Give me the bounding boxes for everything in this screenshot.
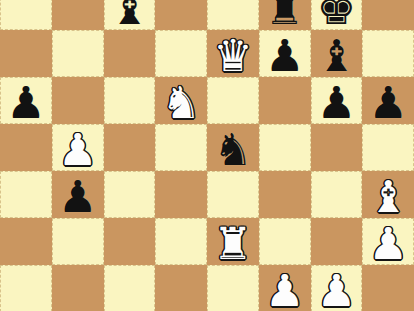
- square-h6[interactable]: ♟: [362, 77, 414, 124]
- square-d2[interactable]: [155, 265, 207, 311]
- square-c3[interactable]: [104, 218, 156, 265]
- black-rook-f8[interactable]: ♜: [265, 0, 304, 32]
- square-d5[interactable]: [155, 124, 207, 171]
- square-e3[interactable]: ♜: [207, 218, 259, 265]
- white-pawn-h3[interactable]: ♟: [368, 220, 407, 267]
- square-e8[interactable]: [207, 0, 259, 30]
- white-pawn-f2[interactable]: ♟: [265, 267, 304, 311]
- square-c7[interactable]: [104, 30, 156, 77]
- square-a7[interactable]: [0, 30, 52, 77]
- square-a8[interactable]: [0, 0, 52, 30]
- square-g2[interactable]: ♟: [311, 265, 363, 311]
- white-queen-e7[interactable]: ♛: [213, 32, 252, 79]
- black-king-g8[interactable]: ♚: [317, 0, 356, 32]
- black-pawn-f7[interactable]: ♟: [265, 32, 304, 79]
- square-h5[interactable]: [362, 124, 414, 171]
- square-c8[interactable]: ♝: [104, 0, 156, 30]
- square-e7[interactable]: ♛: [207, 30, 259, 77]
- square-f6[interactable]: [259, 77, 311, 124]
- square-a6[interactable]: ♟: [0, 77, 52, 124]
- square-g3[interactable]: [311, 218, 363, 265]
- square-b8[interactable]: [52, 0, 104, 30]
- square-h2[interactable]: [362, 265, 414, 311]
- black-bishop-c8[interactable]: ♝: [110, 0, 149, 32]
- square-b7[interactable]: [52, 30, 104, 77]
- square-b2[interactable]: [52, 265, 104, 311]
- square-e4[interactable]: [207, 171, 259, 218]
- square-f5[interactable]: [259, 124, 311, 171]
- square-d4[interactable]: [155, 171, 207, 218]
- square-e2[interactable]: [207, 265, 259, 311]
- square-f7[interactable]: ♟: [259, 30, 311, 77]
- white-pawn-g2[interactable]: ♟: [317, 267, 356, 311]
- square-b6[interactable]: [52, 77, 104, 124]
- square-c2[interactable]: [104, 265, 156, 311]
- square-a3[interactable]: [0, 218, 52, 265]
- square-a5[interactable]: [0, 124, 52, 171]
- square-a2[interactable]: [0, 265, 52, 311]
- square-c5[interactable]: [104, 124, 156, 171]
- square-a4[interactable]: [0, 171, 52, 218]
- square-f3[interactable]: [259, 218, 311, 265]
- white-bishop-h4[interactable]: ♝: [368, 173, 407, 220]
- black-bishop-g7[interactable]: ♝: [317, 32, 356, 79]
- white-rook-e3[interactable]: ♜: [213, 220, 252, 267]
- square-e5[interactable]: ♞: [207, 124, 259, 171]
- square-d6[interactable]: ♞: [155, 77, 207, 124]
- square-h8[interactable]: [362, 0, 414, 30]
- square-c6[interactable]: [104, 77, 156, 124]
- black-pawn-h6[interactable]: ♟: [368, 79, 407, 126]
- black-pawn-g6[interactable]: ♟: [317, 79, 356, 126]
- square-f4[interactable]: [259, 171, 311, 218]
- square-h3[interactable]: ♟: [362, 218, 414, 265]
- black-pawn-a6[interactable]: ♟: [6, 79, 45, 126]
- square-h7[interactable]: [362, 30, 414, 77]
- square-c4[interactable]: [104, 171, 156, 218]
- square-f2[interactable]: ♟: [259, 265, 311, 311]
- white-pawn-b5[interactable]: ♟: [58, 126, 97, 173]
- black-knight-e5[interactable]: ♞: [213, 126, 252, 173]
- white-knight-d6[interactable]: ♞: [161, 79, 200, 126]
- square-b4[interactable]: ♟: [52, 171, 104, 218]
- square-g6[interactable]: ♟: [311, 77, 363, 124]
- square-g4[interactable]: [311, 171, 363, 218]
- square-d3[interactable]: [155, 218, 207, 265]
- black-pawn-b4[interactable]: ♟: [58, 173, 97, 220]
- square-f8[interactable]: ♜: [259, 0, 311, 30]
- square-g8[interactable]: ♚: [311, 0, 363, 30]
- chess-board: ♝♜♚♛♟♝♟♞♟♟♟♞♟♝♜♟♟♟: [0, 0, 414, 311]
- square-h4[interactable]: ♝: [362, 171, 414, 218]
- chess-board-viewport: ♝♜♚♛♟♝♟♞♟♟♟♞♟♝♜♟♟♟: [0, 0, 414, 311]
- square-g5[interactable]: [311, 124, 363, 171]
- square-b5[interactable]: ♟: [52, 124, 104, 171]
- square-g7[interactable]: ♝: [311, 30, 363, 77]
- square-d7[interactable]: [155, 30, 207, 77]
- square-e6[interactable]: [207, 77, 259, 124]
- square-d8[interactable]: [155, 0, 207, 30]
- square-b3[interactable]: [52, 218, 104, 265]
